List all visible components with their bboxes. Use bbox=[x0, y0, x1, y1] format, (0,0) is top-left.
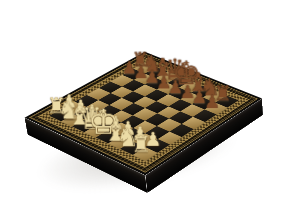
white-rook-glyph: ♜ bbox=[114, 134, 166, 156]
chess-board: ♜♞♝♛♚♝♞♜♟♟♟♟♟♟♟♟♟♟♟♟♟♟♟♟♜♞♝♛♚♝♞♜ bbox=[24, 52, 262, 176]
product-photo: ♜♞♝♛♚♝♞♜♟♟♟♟♟♟♟♟♟♟♟♟♟♟♟♟♜♞♝♛♚♝♞♜ bbox=[0, 0, 290, 209]
scene: ♜♞♝♛♚♝♞♜♟♟♟♟♟♟♟♟♟♟♟♟♟♟♟♟♜♞♝♛♚♝♞♜ bbox=[0, 0, 290, 209]
black-pawn-glyph: ♟ bbox=[187, 93, 236, 111]
